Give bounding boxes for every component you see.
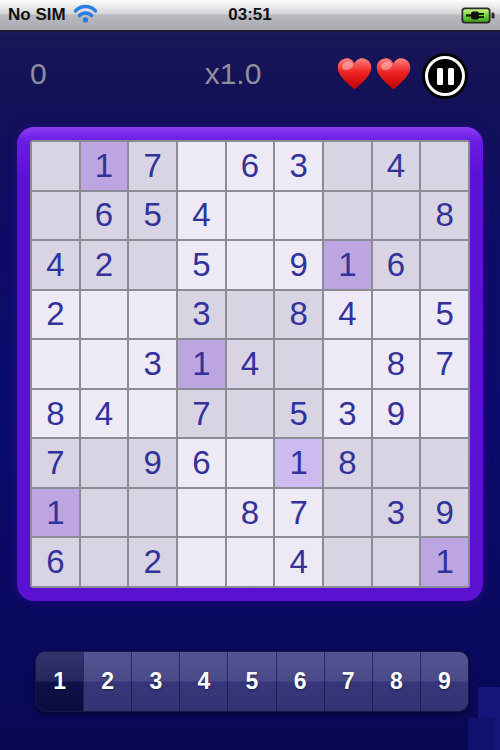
sudoku-cell-r2c5[interactable] [227, 192, 274, 240]
sudoku-cell-r8c6[interactable]: 7 [275, 489, 322, 537]
sudoku-cell-r4c9[interactable]: 5 [421, 291, 468, 339]
sudoku-cell-r7c5[interactable] [227, 439, 274, 487]
number-button-1[interactable]: 1 [36, 652, 83, 711]
sudoku-cell-r6c6[interactable]: 5 [275, 390, 322, 438]
sudoku-cell-r1c7[interactable] [324, 142, 371, 190]
sudoku-cell-r1c1[interactable] [32, 142, 79, 190]
number-button-2[interactable]: 2 [83, 652, 131, 711]
sudoku-cell-r7c7[interactable]: 8 [324, 439, 371, 487]
sudoku-cell-r4c2[interactable] [81, 291, 128, 339]
sudoku-board: 1763465484259162384531487847539796181873… [30, 140, 470, 588]
sudoku-cell-r1c3[interactable]: 7 [129, 142, 176, 190]
sudoku-cell-r1c6[interactable]: 3 [275, 142, 322, 190]
sudoku-cell-r9c5[interactable] [227, 538, 274, 586]
sudoku-cell-r9c7[interactable] [324, 538, 371, 586]
sudoku-cell-r2c9[interactable]: 8 [421, 192, 468, 240]
sudoku-cell-r6c9[interactable] [421, 390, 468, 438]
sudoku-board-frame: 1763465484259162384531487847539796181873… [17, 127, 483, 601]
sudoku-cell-r2c3[interactable]: 5 [129, 192, 176, 240]
sudoku-cell-r5c6[interactable] [275, 340, 322, 388]
sudoku-cell-r2c2[interactable]: 6 [81, 192, 128, 240]
lives-indicator [336, 56, 412, 97]
sudoku-cell-r5c2[interactable] [81, 340, 128, 388]
sudoku-cell-r5c3[interactable]: 3 [129, 340, 176, 388]
sudoku-cell-r1c4[interactable] [178, 142, 225, 190]
background-corner-shape [468, 718, 495, 750]
sudoku-cell-r3c1[interactable]: 4 [32, 241, 79, 289]
sudoku-cell-r9c4[interactable] [178, 538, 225, 586]
sudoku-cell-r7c9[interactable] [421, 439, 468, 487]
sudoku-cell-r7c2[interactable] [81, 439, 128, 487]
sudoku-cell-r9c2[interactable] [81, 538, 128, 586]
sudoku-cell-r6c8[interactable]: 9 [373, 390, 420, 438]
sudoku-cell-r6c1[interactable]: 8 [32, 390, 79, 438]
sudoku-cell-r5c4[interactable]: 1 [178, 340, 225, 388]
heart-icon [375, 56, 412, 97]
sudoku-cell-r2c4[interactable]: 4 [178, 192, 225, 240]
sudoku-cell-r8c7[interactable] [324, 489, 371, 537]
sudoku-cell-r6c3[interactable] [129, 390, 176, 438]
sudoku-cell-r7c3[interactable]: 9 [129, 439, 176, 487]
number-button-6[interactable]: 6 [276, 652, 324, 711]
sudoku-cell-r4c3[interactable] [129, 291, 176, 339]
clock: 03:51 [0, 5, 500, 25]
sudoku-cell-r4c4[interactable]: 3 [178, 291, 225, 339]
sudoku-cell-r9c3[interactable]: 2 [129, 538, 176, 586]
sudoku-cell-r4c6[interactable]: 8 [275, 291, 322, 339]
sudoku-cell-r9c1[interactable]: 6 [32, 538, 79, 586]
sudoku-cell-r6c5[interactable] [227, 390, 274, 438]
sudoku-cell-r5c5[interactable]: 4 [227, 340, 274, 388]
sudoku-cell-r3c5[interactable] [227, 241, 274, 289]
number-button-9[interactable]: 9 [420, 652, 468, 711]
sudoku-cell-r3c2[interactable]: 2 [81, 241, 128, 289]
sudoku-cell-r8c5[interactable]: 8 [227, 489, 274, 537]
number-button-8[interactable]: 8 [372, 652, 420, 711]
sudoku-cell-r4c8[interactable] [373, 291, 420, 339]
score-value: 0 [30, 57, 47, 91]
number-bar: 123456789 [35, 651, 469, 712]
sudoku-cell-r3c4[interactable]: 5 [178, 241, 225, 289]
sudoku-cell-r9c9[interactable]: 1 [421, 538, 468, 586]
sudoku-cell-r2c8[interactable] [373, 192, 420, 240]
sudoku-cell-r9c8[interactable] [373, 538, 420, 586]
sudoku-cell-r1c9[interactable] [421, 142, 468, 190]
sudoku-cell-r1c5[interactable]: 6 [227, 142, 274, 190]
sudoku-cell-r6c4[interactable]: 7 [178, 390, 225, 438]
sudoku-cell-r2c7[interactable] [324, 192, 371, 240]
sudoku-cell-r8c9[interactable]: 9 [421, 489, 468, 537]
sudoku-cell-r1c2[interactable]: 1 [81, 142, 128, 190]
number-button-3[interactable]: 3 [131, 652, 179, 711]
sudoku-cell-r7c4[interactable]: 6 [178, 439, 225, 487]
sudoku-cell-r2c1[interactable] [32, 192, 79, 240]
number-button-5[interactable]: 5 [227, 652, 275, 711]
app-screen: No SIM 03:51 [0, 0, 500, 750]
sudoku-cell-r6c7[interactable]: 3 [324, 390, 371, 438]
sudoku-cell-r5c8[interactable]: 8 [373, 340, 420, 388]
sudoku-cell-r3c3[interactable] [129, 241, 176, 289]
sudoku-cell-r4c5[interactable] [227, 291, 274, 339]
sudoku-cell-r1c8[interactable]: 4 [373, 142, 420, 190]
sudoku-cell-r3c9[interactable] [421, 241, 468, 289]
number-button-4[interactable]: 4 [179, 652, 227, 711]
sudoku-cell-r3c7[interactable]: 1 [324, 241, 371, 289]
heart-icon [336, 56, 373, 97]
sudoku-cell-r5c9[interactable]: 7 [421, 340, 468, 388]
sudoku-cell-r5c7[interactable] [324, 340, 371, 388]
sudoku-cell-r4c1[interactable]: 2 [32, 291, 79, 339]
sudoku-cell-r8c2[interactable] [81, 489, 128, 537]
number-button-7[interactable]: 7 [324, 652, 372, 711]
pause-button[interactable] [422, 53, 468, 99]
sudoku-cell-r5c1[interactable] [32, 340, 79, 388]
sudoku-cell-r8c4[interactable] [178, 489, 225, 537]
pause-icon [425, 56, 465, 96]
sudoku-cell-r3c8[interactable]: 6 [373, 241, 420, 289]
sudoku-cell-r7c1[interactable]: 7 [32, 439, 79, 487]
sudoku-cell-r6c2[interactable]: 4 [81, 390, 128, 438]
sudoku-cell-r9c6[interactable]: 4 [275, 538, 322, 586]
sudoku-cell-r3c6[interactable]: 9 [275, 241, 322, 289]
sudoku-cell-r8c1[interactable]: 1 [32, 489, 79, 537]
multiplier-value: x1.0 [205, 57, 262, 91]
sudoku-cell-r7c8[interactable] [373, 439, 420, 487]
status-bar: No SIM 03:51 [0, 0, 500, 32]
battery-charging-icon [461, 7, 495, 28]
sudoku-cell-r8c3[interactable] [129, 489, 176, 537]
sudoku-cell-r4c7[interactable]: 4 [324, 291, 371, 339]
sudoku-cell-r8c8[interactable]: 3 [373, 489, 420, 537]
sudoku-cell-r7c6[interactable]: 1 [275, 439, 322, 487]
sudoku-cell-r2c6[interactable] [275, 192, 322, 240]
